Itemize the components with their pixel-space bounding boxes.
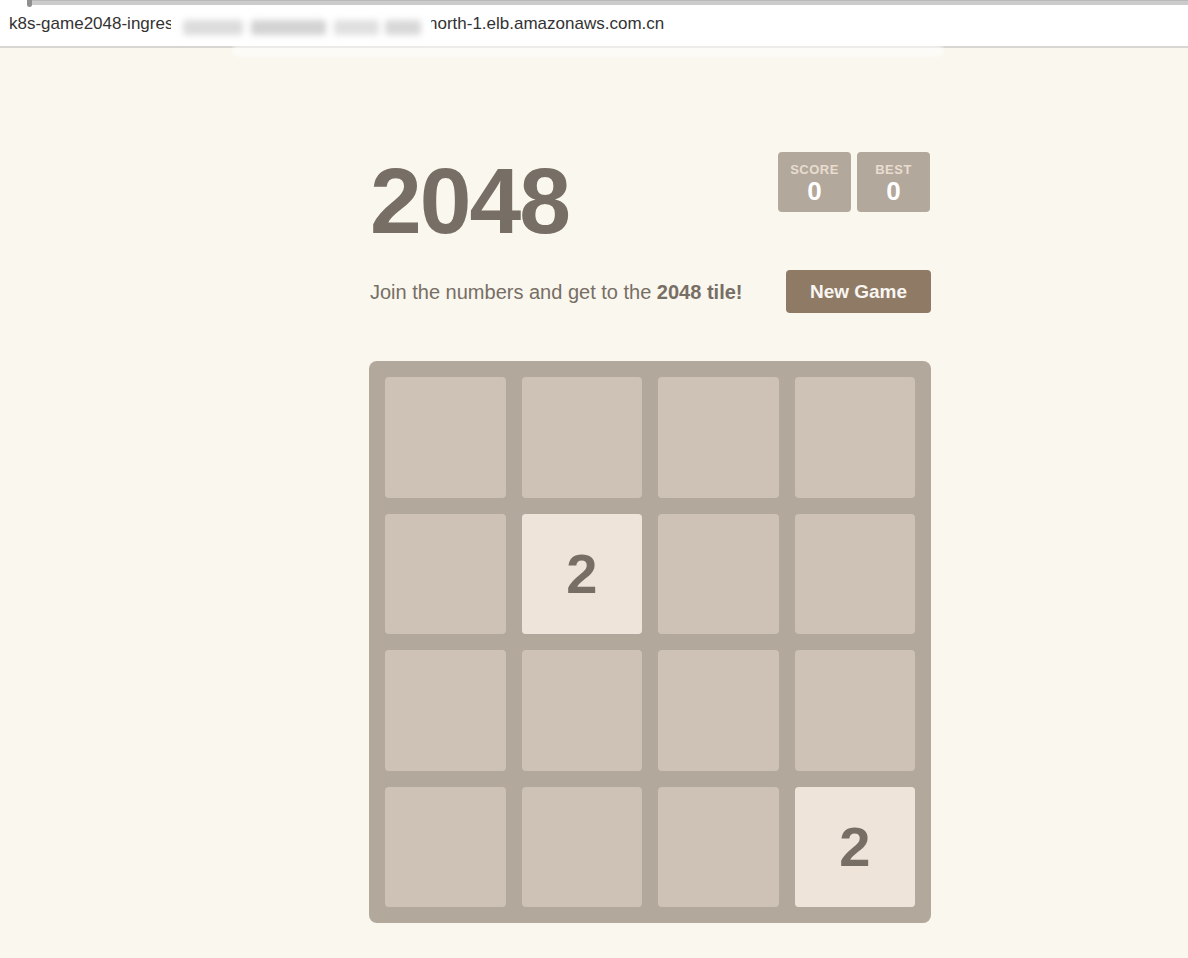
grid-cell — [658, 650, 779, 771]
url-text-left: k8s-game2048-ingres — [9, 0, 173, 48]
intro-text-goal: 2048 tile! — [657, 281, 743, 303]
redaction-smudge — [251, 20, 326, 35]
grid-cell — [795, 514, 916, 635]
best-box: BEST 0 — [857, 152, 930, 212]
score-box: SCORE 0 — [778, 152, 851, 212]
grid-cell: 2 — [795, 787, 916, 908]
grid-cell — [658, 514, 779, 635]
redaction-smudge — [334, 20, 379, 35]
grid-cell — [522, 377, 643, 498]
grid-cell — [385, 650, 506, 771]
redaction-smudge — [385, 20, 421, 35]
url-text-right: north-1.elb.amazonaws.com.cn — [428, 0, 664, 48]
new-game-button[interactable]: New Game — [786, 270, 931, 313]
score-value: 0 — [778, 177, 851, 206]
page-title: 2048 — [370, 155, 569, 248]
redaction-smudge-below-bar — [232, 44, 944, 57]
game-board[interactable]: 22 — [369, 361, 931, 923]
grid-cell — [522, 787, 643, 908]
intro-text-prefix: Join the numbers and get to the — [370, 281, 657, 303]
grid-cell — [385, 787, 506, 908]
grid-cell — [385, 377, 506, 498]
grid-cell — [658, 787, 779, 908]
grid-cell — [795, 650, 916, 771]
tile-2: 2 — [522, 514, 643, 635]
tile-2: 2 — [795, 787, 916, 908]
redaction-smudge — [183, 20, 243, 35]
grid-cell — [385, 514, 506, 635]
url-redaction-blur — [171, 5, 431, 45]
score-panel: SCORE 0 BEST 0 — [778, 152, 930, 212]
grid-cell — [658, 377, 779, 498]
grid-cell — [522, 650, 643, 771]
grid-cell: 2 — [522, 514, 643, 635]
browser-address-bar[interactable]: k8s-game2048-ingres north-1.elb.amazonaw… — [0, 0, 1188, 48]
grid-cell — [795, 377, 916, 498]
best-label: BEST — [857, 162, 930, 177]
score-label: SCORE — [778, 162, 851, 177]
best-value: 0 — [857, 177, 930, 206]
intro-text: Join the numbers and get to the 2048 til… — [370, 281, 742, 304]
